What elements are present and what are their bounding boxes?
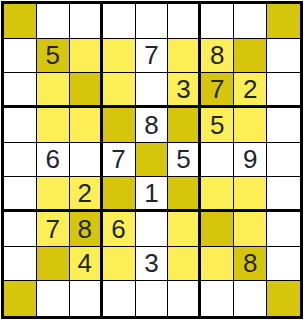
cell-r1c8[interactable] <box>234 4 267 39</box>
cell-r2c8[interactable] <box>234 39 267 74</box>
cell-r4c4[interactable] <box>103 108 136 143</box>
cell-r6c7[interactable] <box>201 177 234 212</box>
cell-r2c4[interactable] <box>103 39 136 74</box>
cell-r2c5[interactable]: 7 <box>136 39 169 74</box>
cell-r9c8[interactable] <box>234 281 267 316</box>
cell-r1c3[interactable] <box>70 4 103 39</box>
cell-r7c7[interactable] <box>201 212 234 247</box>
cell-r3c5[interactable] <box>136 73 169 108</box>
cell-r5c7[interactable] <box>201 143 234 178</box>
cell-r2c1[interactable] <box>4 39 37 74</box>
cell-r2c7[interactable]: 8 <box>201 39 234 74</box>
cell-r8c5[interactable]: 3 <box>136 247 169 282</box>
cell-r8c6[interactable] <box>168 247 201 282</box>
cell-r1c9[interactable] <box>267 4 300 39</box>
cell-r9c6[interactable] <box>168 281 201 316</box>
cell-r4c8[interactable] <box>234 108 267 143</box>
cell-r9c1[interactable] <box>4 281 37 316</box>
cell-r4c5[interactable]: 8 <box>136 108 169 143</box>
cell-r9c7[interactable] <box>201 281 234 316</box>
cell-r7c6[interactable] <box>168 212 201 247</box>
cell-r3c2[interactable] <box>37 73 70 108</box>
cell-r3c3[interactable] <box>70 73 103 108</box>
cell-r1c4[interactable] <box>103 4 136 39</box>
cell-r5c6[interactable]: 5 <box>168 143 201 178</box>
cell-r5c8[interactable]: 9 <box>234 143 267 178</box>
cell-r4c6[interactable] <box>168 108 201 143</box>
cell-r5c3[interactable] <box>70 143 103 178</box>
cell-r6c9[interactable] <box>267 177 300 212</box>
cell-r3c1[interactable] <box>4 73 37 108</box>
sudoku-board: 57837285675921786438 <box>1 1 303 319</box>
cell-r4c2[interactable] <box>37 108 70 143</box>
cell-r3c6[interactable]: 3 <box>168 73 201 108</box>
cell-r2c3[interactable] <box>70 39 103 74</box>
cell-r7c1[interactable] <box>4 212 37 247</box>
cell-r9c5[interactable] <box>136 281 169 316</box>
cell-r6c3[interactable]: 2 <box>70 177 103 212</box>
cell-r9c4[interactable] <box>103 281 136 316</box>
cell-r3c9[interactable] <box>267 73 300 108</box>
cell-r4c3[interactable] <box>70 108 103 143</box>
cell-r5c4[interactable]: 7 <box>103 143 136 178</box>
cell-r8c2[interactable] <box>37 247 70 282</box>
cell-r8c3[interactable]: 4 <box>70 247 103 282</box>
cell-r3c8[interactable]: 2 <box>234 73 267 108</box>
cell-r3c4[interactable] <box>103 73 136 108</box>
cell-r6c1[interactable] <box>4 177 37 212</box>
cell-r7c4[interactable]: 6 <box>103 212 136 247</box>
cell-r5c1[interactable] <box>4 143 37 178</box>
cell-r9c9[interactable] <box>267 281 300 316</box>
cell-r7c9[interactable] <box>267 212 300 247</box>
cell-r7c2[interactable]: 7 <box>37 212 70 247</box>
cell-r5c5[interactable] <box>136 143 169 178</box>
cell-r2c6[interactable] <box>168 39 201 74</box>
cell-r9c3[interactable] <box>70 281 103 316</box>
cell-r5c9[interactable] <box>267 143 300 178</box>
cell-r1c5[interactable] <box>136 4 169 39</box>
cell-r2c2[interactable]: 5 <box>37 39 70 74</box>
cell-r6c2[interactable] <box>37 177 70 212</box>
cell-r9c2[interactable] <box>37 281 70 316</box>
cell-r8c9[interactable] <box>267 247 300 282</box>
cell-r7c8[interactable] <box>234 212 267 247</box>
cell-r1c2[interactable] <box>37 4 70 39</box>
cell-r6c4[interactable] <box>103 177 136 212</box>
cell-r7c5[interactable] <box>136 212 169 247</box>
cell-r7c3[interactable]: 8 <box>70 212 103 247</box>
cell-r4c7[interactable]: 5 <box>201 108 234 143</box>
cell-r4c9[interactable] <box>267 108 300 143</box>
cell-r1c6[interactable] <box>168 4 201 39</box>
cell-r8c8[interactable]: 8 <box>234 247 267 282</box>
cell-r2c9[interactable] <box>267 39 300 74</box>
cell-r4c1[interactable] <box>4 108 37 143</box>
cell-r6c6[interactable] <box>168 177 201 212</box>
cell-r8c7[interactable] <box>201 247 234 282</box>
cell-r6c8[interactable] <box>234 177 267 212</box>
cell-r1c1[interactable] <box>4 4 37 39</box>
cell-r3c7[interactable]: 7 <box>201 73 234 108</box>
cell-r5c2[interactable]: 6 <box>37 143 70 178</box>
cell-r6c5[interactable]: 1 <box>136 177 169 212</box>
cell-r1c7[interactable] <box>201 4 234 39</box>
cell-r8c4[interactable] <box>103 247 136 282</box>
cell-r8c1[interactable] <box>4 247 37 282</box>
